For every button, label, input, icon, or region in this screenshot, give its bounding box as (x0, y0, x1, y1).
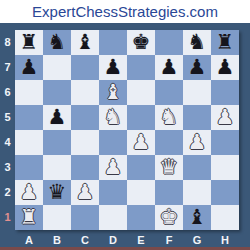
square-h4[interactable] (211, 130, 239, 155)
square-f1[interactable]: ♚ (155, 205, 183, 230)
white-pawn-h5: ♟ (211, 105, 239, 130)
file-label-e: E (127, 232, 155, 248)
black-pawn-b5: ♟ (43, 105, 71, 130)
square-b7[interactable] (43, 55, 71, 80)
square-e5[interactable] (127, 105, 155, 130)
square-g8[interactable]: ♞ (183, 30, 211, 55)
file-labels: ABCDEFGH (15, 232, 239, 248)
square-c1[interactable] (71, 205, 99, 230)
page: ExpertChessStrategies.com 87654321 ♜♞♝♚♞… (0, 0, 250, 250)
square-d6[interactable]: ♝ (99, 80, 127, 105)
square-e1[interactable] (127, 205, 155, 230)
square-g1[interactable]: ♝ (183, 205, 211, 230)
square-e4[interactable]: ♟ (127, 130, 155, 155)
rank-labels: 87654321 (0, 30, 15, 230)
square-b3[interactable] (43, 155, 71, 180)
square-a6[interactable] (15, 80, 43, 105)
square-h3[interactable] (211, 155, 239, 180)
rank-label-3: 3 (0, 155, 15, 180)
rank-label-6: 6 (0, 80, 15, 105)
black-king-e8: ♚ (127, 30, 155, 55)
square-e6[interactable] (127, 80, 155, 105)
square-f2[interactable] (155, 180, 183, 205)
square-b8[interactable]: ♞ (43, 30, 71, 55)
white-rook-a1: ♜ (15, 205, 43, 230)
white-pawn-e4: ♟ (127, 130, 155, 155)
square-h8[interactable]: ♜ (211, 30, 239, 55)
square-b6[interactable] (43, 80, 71, 105)
square-h6[interactable] (211, 80, 239, 105)
square-g4[interactable]: ♟ (183, 130, 211, 155)
square-e7[interactable] (127, 55, 155, 80)
square-d3[interactable]: ♟ (99, 155, 127, 180)
square-a8[interactable]: ♜ (15, 30, 43, 55)
black-pawn-f7: ♟ (155, 55, 183, 80)
square-h2[interactable] (211, 180, 239, 205)
square-a4[interactable] (15, 130, 43, 155)
rank-label-5: 5 (0, 105, 15, 130)
square-d5[interactable]: ♞ (99, 105, 127, 130)
white-bishop-d6: ♝ (99, 80, 127, 105)
square-b1[interactable] (43, 205, 71, 230)
white-pawn-g4: ♟ (183, 130, 211, 155)
square-f6[interactable] (155, 80, 183, 105)
square-b2[interactable]: ♛ (43, 180, 71, 205)
white-pawn-d3: ♟ (99, 155, 127, 180)
square-e2[interactable] (127, 180, 155, 205)
square-b5[interactable]: ♟ (43, 105, 71, 130)
black-queen-b2: ♛ (43, 180, 71, 205)
square-a2[interactable]: ♟ (15, 180, 43, 205)
square-d4[interactable] (99, 130, 127, 155)
square-g6[interactable] (183, 80, 211, 105)
white-queen-f3: ♛ (155, 155, 183, 180)
square-c5[interactable] (71, 105, 99, 130)
white-pawn-a2: ♟ (15, 180, 43, 205)
square-e8[interactable]: ♚ (127, 30, 155, 55)
square-f5[interactable]: ♞ (155, 105, 183, 130)
rank-label-2: 2 (0, 180, 15, 205)
rank-label-4: 4 (0, 130, 15, 155)
rank-label-8: 8 (0, 30, 15, 55)
square-e3[interactable] (127, 155, 155, 180)
site-header: ExpertChessStrategies.com (0, 0, 250, 23)
square-g2[interactable] (183, 180, 211, 205)
square-c2[interactable]: ♟ (71, 180, 99, 205)
rank-label-7: 7 (0, 55, 15, 80)
square-f8[interactable] (155, 30, 183, 55)
file-label-h: H (211, 232, 239, 248)
square-g7[interactable]: ♟ (183, 55, 211, 80)
square-f4[interactable] (155, 130, 183, 155)
file-label-a: A (15, 232, 43, 248)
square-d1[interactable] (99, 205, 127, 230)
black-rook-a8: ♜ (15, 30, 43, 55)
black-knight-g8: ♞ (183, 30, 211, 55)
file-label-b: B (43, 232, 71, 248)
file-label-d: D (99, 232, 127, 248)
black-knight-b8: ♞ (43, 30, 71, 55)
chess-board: ♜♞♝♚♞♜♟♟♟♟♟♝♟♞♞♟♟♟♟♛♟♛♟♜♚♝ (15, 30, 239, 230)
black-bishop-c8: ♝ (71, 30, 99, 55)
site-title: ExpertChessStrategies.com (32, 3, 218, 20)
file-label-g: G (183, 232, 211, 248)
square-d8[interactable] (99, 30, 127, 55)
square-c8[interactable]: ♝ (71, 30, 99, 55)
square-a1[interactable]: ♜ (15, 205, 43, 230)
file-label-f: F (155, 232, 183, 248)
square-h1[interactable] (211, 205, 239, 230)
white-pawn-c2: ♟ (71, 180, 99, 205)
square-c3[interactable] (71, 155, 99, 180)
square-h7[interactable]: ♟ (211, 55, 239, 80)
black-rook-h8: ♜ (211, 30, 239, 55)
black-pawn-g7: ♟ (183, 55, 211, 80)
square-d7[interactable]: ♟ (99, 55, 127, 80)
square-f3[interactable]: ♛ (155, 155, 183, 180)
square-b4[interactable] (43, 130, 71, 155)
square-h5[interactable]: ♟ (211, 105, 239, 130)
square-a5[interactable] (15, 105, 43, 130)
square-c7[interactable] (71, 55, 99, 80)
square-a7[interactable]: ♟ (15, 55, 43, 80)
square-c4[interactable] (71, 130, 99, 155)
square-c6[interactable] (71, 80, 99, 105)
black-pawn-h7: ♟ (211, 55, 239, 80)
square-a3[interactable] (15, 155, 43, 180)
white-knight-d5: ♞ (99, 105, 127, 130)
board-frame: 87654321 ♜♞♝♚♞♜♟♟♟♟♟♝♟♞♞♟♟♟♟♛♟♛♟♜♚♝ ABCD… (0, 23, 250, 250)
square-g3[interactable] (183, 155, 211, 180)
white-knight-f5: ♞ (155, 105, 183, 130)
black-pawn-d7: ♟ (99, 55, 127, 80)
square-d2[interactable] (99, 180, 127, 205)
white-king-f1: ♚ (155, 205, 183, 230)
black-bishop-g1: ♝ (183, 205, 211, 230)
black-pawn-a7: ♟ (15, 55, 43, 80)
rank-label-1: 1 (0, 205, 15, 230)
file-label-c: C (71, 232, 99, 248)
square-f7[interactable]: ♟ (155, 55, 183, 80)
square-g5[interactable] (183, 105, 211, 130)
